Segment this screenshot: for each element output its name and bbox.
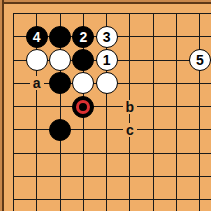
white-stone-E16 [96,72,118,94]
grid-line-horizontal [13,153,211,154]
grid-line-vertical [176,13,177,211]
grid-line-vertical [153,13,154,211]
move-number-2: 2 [79,30,87,44]
white-stone-D16 [72,72,94,94]
board-left-edge-line [2,0,4,211]
red-circle-marker [76,100,90,114]
black-stone-C14 [49,119,71,141]
white-stone-E17-move-1: 1 [96,49,118,71]
grid-line-horizontal [13,176,211,177]
grid-line-vertical [13,13,14,211]
move-number-1: 1 [103,53,111,67]
black-stone-B18-move-4: 4 [26,26,48,48]
black-stone-C18 [49,26,71,48]
point-label-a: a [30,76,44,90]
black-stone-D17 [72,49,94,71]
white-stone-B17 [26,49,48,71]
go-board: 42315abc [0,0,211,211]
grid-line-horizontal [13,106,211,107]
black-stone-D15 [72,96,94,118]
grid-line-horizontal [13,129,211,130]
black-stone-D18-move-2: 2 [72,26,94,48]
white-stone-C17 [49,49,71,71]
white-stone-E18-move-3: 3 [96,26,118,48]
grid-line-horizontal [13,13,211,14]
board-top-edge-line [0,2,211,4]
point-label-b: b [123,100,137,114]
point-label-c: c [123,123,137,137]
move-number-4: 4 [33,30,41,44]
white-stone-J17-move-5: 5 [189,49,211,71]
move-number-3: 3 [103,30,111,44]
grid-line-vertical [199,13,200,211]
grid-line-horizontal [13,199,211,200]
move-number-5: 5 [196,53,204,67]
black-stone-C16 [49,72,71,94]
